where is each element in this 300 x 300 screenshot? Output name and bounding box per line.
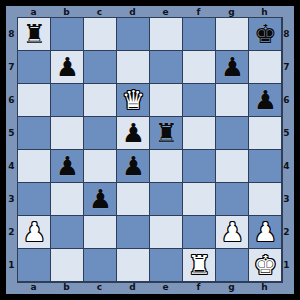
square-a2[interactable]: ♟ bbox=[18, 216, 51, 249]
coord-file-c: c bbox=[83, 6, 116, 17]
piece-black-pawn[interactable]: ♟ bbox=[84, 183, 117, 216]
square-g5[interactable] bbox=[216, 117, 249, 150]
square-b1[interactable] bbox=[51, 249, 84, 282]
square-b7[interactable]: ♟ bbox=[51, 51, 84, 84]
square-f1[interactable]: ♜ bbox=[183, 249, 216, 282]
square-e3[interactable] bbox=[150, 183, 183, 216]
piece-black-pawn[interactable]: ♟ bbox=[249, 84, 282, 117]
square-a1[interactable] bbox=[18, 249, 51, 282]
square-g8[interactable] bbox=[216, 18, 249, 51]
square-c7[interactable] bbox=[84, 51, 117, 84]
coord-rank-1: 1 bbox=[6, 248, 17, 281]
square-f6[interactable] bbox=[183, 84, 216, 117]
square-a8[interactable]: ♜ bbox=[18, 18, 51, 51]
coord-rank-8: 8 bbox=[6, 17, 17, 50]
square-c5[interactable] bbox=[84, 117, 117, 150]
square-d7[interactable] bbox=[117, 51, 150, 84]
square-b3[interactable] bbox=[51, 183, 84, 216]
square-c3[interactable]: ♟ bbox=[84, 183, 117, 216]
piece-black-rook[interactable]: ♜ bbox=[18, 18, 51, 51]
square-g1[interactable] bbox=[216, 249, 249, 282]
square-f4[interactable] bbox=[183, 150, 216, 183]
square-f5[interactable] bbox=[183, 117, 216, 150]
square-a7[interactable] bbox=[18, 51, 51, 84]
file-labels-top: abcdefgh bbox=[17, 6, 281, 17]
square-g2[interactable]: ♟ bbox=[216, 216, 249, 249]
chess-diagram: abcdefgh abcdefgh 87654321 87654321 ♜♚♟♟… bbox=[0, 0, 300, 300]
square-a3[interactable] bbox=[18, 183, 51, 216]
square-d5[interactable]: ♟ bbox=[117, 117, 150, 150]
piece-white-rook[interactable]: ♜ bbox=[183, 249, 216, 282]
coord-file-h: h bbox=[248, 6, 281, 17]
square-c2[interactable] bbox=[84, 216, 117, 249]
piece-black-pawn[interactable]: ♟ bbox=[216, 51, 249, 84]
coord-rank-3: 3 bbox=[6, 182, 17, 215]
chess-board: ♜♚♟♟♛♟♟♜♟♟♟♟♟♟♜♚ bbox=[17, 17, 283, 283]
square-g4[interactable] bbox=[216, 150, 249, 183]
square-h3[interactable] bbox=[249, 183, 282, 216]
coord-rank-2: 2 bbox=[6, 215, 17, 248]
square-e1[interactable] bbox=[150, 249, 183, 282]
square-d4[interactable]: ♟ bbox=[117, 150, 150, 183]
coord-rank-5: 5 bbox=[6, 116, 17, 149]
square-c1[interactable] bbox=[84, 249, 117, 282]
coord-rank-4: 4 bbox=[6, 149, 17, 182]
square-h5[interactable] bbox=[249, 117, 282, 150]
square-b2[interactable] bbox=[51, 216, 84, 249]
square-d8[interactable] bbox=[117, 18, 150, 51]
rank-labels-left: 87654321 bbox=[6, 17, 17, 281]
square-h4[interactable] bbox=[249, 150, 282, 183]
square-a5[interactable] bbox=[18, 117, 51, 150]
square-g3[interactable] bbox=[216, 183, 249, 216]
coord-file-e: e bbox=[149, 6, 182, 17]
board-margin: abcdefgh abcdefgh 87654321 87654321 ♜♚♟♟… bbox=[6, 6, 294, 294]
piece-black-king[interactable]: ♚ bbox=[249, 18, 282, 51]
coord-rank-6: 6 bbox=[6, 83, 17, 116]
square-h2[interactable]: ♟ bbox=[249, 216, 282, 249]
square-e5[interactable]: ♜ bbox=[150, 117, 183, 150]
square-f7[interactable] bbox=[183, 51, 216, 84]
piece-white-pawn[interactable]: ♟ bbox=[249, 216, 282, 249]
square-b5[interactable] bbox=[51, 117, 84, 150]
square-b4[interactable]: ♟ bbox=[51, 150, 84, 183]
piece-white-queen[interactable]: ♛ bbox=[117, 84, 150, 117]
square-c4[interactable] bbox=[84, 150, 117, 183]
piece-black-pawn[interactable]: ♟ bbox=[51, 51, 84, 84]
square-e4[interactable] bbox=[150, 150, 183, 183]
square-d2[interactable] bbox=[117, 216, 150, 249]
coord-rank-7: 7 bbox=[6, 50, 17, 83]
piece-black-pawn[interactable]: ♟ bbox=[117, 150, 150, 183]
square-e7[interactable] bbox=[150, 51, 183, 84]
piece-black-rook[interactable]: ♜ bbox=[150, 117, 183, 150]
square-e8[interactable] bbox=[150, 18, 183, 51]
square-h8[interactable]: ♚ bbox=[249, 18, 282, 51]
coord-file-b: b bbox=[50, 6, 83, 17]
square-d6[interactable]: ♛ bbox=[117, 84, 150, 117]
piece-black-pawn[interactable]: ♟ bbox=[117, 117, 150, 150]
square-a6[interactable] bbox=[18, 84, 51, 117]
coord-file-d: d bbox=[116, 6, 149, 17]
square-h1[interactable]: ♚ bbox=[249, 249, 282, 282]
square-f8[interactable] bbox=[183, 18, 216, 51]
square-f2[interactable] bbox=[183, 216, 216, 249]
square-c8[interactable] bbox=[84, 18, 117, 51]
piece-black-pawn[interactable]: ♟ bbox=[51, 150, 84, 183]
coord-file-g: g bbox=[215, 6, 248, 17]
square-c6[interactable] bbox=[84, 84, 117, 117]
square-h6[interactable]: ♟ bbox=[249, 84, 282, 117]
square-f3[interactable] bbox=[183, 183, 216, 216]
square-e6[interactable] bbox=[150, 84, 183, 117]
square-a4[interactable] bbox=[18, 150, 51, 183]
square-b6[interactable] bbox=[51, 84, 84, 117]
square-d3[interactable] bbox=[117, 183, 150, 216]
piece-white-pawn[interactable]: ♟ bbox=[216, 216, 249, 249]
square-g6[interactable] bbox=[216, 84, 249, 117]
square-g7[interactable]: ♟ bbox=[216, 51, 249, 84]
piece-white-king[interactable]: ♚ bbox=[249, 249, 282, 282]
square-h7[interactable] bbox=[249, 51, 282, 84]
coord-file-a: a bbox=[17, 6, 50, 17]
piece-white-pawn[interactable]: ♟ bbox=[18, 216, 51, 249]
square-b8[interactable] bbox=[51, 18, 84, 51]
square-d1[interactable] bbox=[117, 249, 150, 282]
coord-file-f: f bbox=[182, 6, 215, 17]
square-e2[interactable] bbox=[150, 216, 183, 249]
